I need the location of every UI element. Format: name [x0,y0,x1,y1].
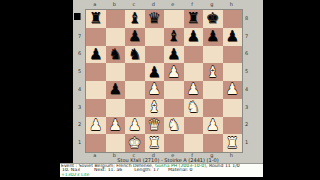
square-e7[interactable]: ♝ [164,28,184,46]
event-line: Event : Soviet Belgium; French Defense, … [60,164,263,168]
piece-white-pawn[interactable]: ♟ [206,118,219,133]
rank-label-2: 2 [74,116,85,134]
rank-label-1: 1 [241,133,252,151]
piece-black-king[interactable]: ♚ [206,11,219,26]
square-b6[interactable]: ♞ [106,46,126,64]
piece-black-rook[interactable]: ♜ [89,11,102,26]
square-f5[interactable] [184,63,204,81]
rank-label-7: 7 [74,27,85,45]
piece-white-pawn[interactable]: ♟ [89,118,102,133]
file-label-d: d [144,0,164,8]
square-f1[interactable] [184,134,204,152]
square-e2[interactable]: ♞ [164,117,184,135]
piece-white-bishop[interactable]: ♝ [206,65,219,80]
piece-black-pawn[interactable]: ♟ [89,47,102,62]
square-f8[interactable]: ♜ [184,10,204,28]
square-h4[interactable]: ♟ [223,81,243,99]
rank-label-6: 6 [74,45,85,63]
file-labels-top: abcdefgh [85,0,241,8]
square-c6[interactable]: ♞ [125,46,145,64]
piece-white-pawn[interactable]: ♟ [187,82,200,97]
file-label-b: b [105,0,125,8]
square-g4[interactable] [203,81,223,99]
game-info-panel: Event : Soviet Belgium; French Defense, … [60,163,263,177]
game-length: Length: 17 [134,168,159,172]
rank-label-2: 2 [241,116,252,134]
square-a3[interactable] [86,99,106,117]
square-g5[interactable]: ♝ [203,63,223,81]
square-c3[interactable] [125,99,145,117]
piece-black-queen[interactable]: ♛ [148,11,161,26]
piece-black-knight[interactable]: ♞ [109,47,122,62]
rank-labels-left: 87654321 [74,9,85,151]
square-h1[interactable]: ♜ [223,134,243,152]
square-c8[interactable]: ♝ [125,10,145,28]
square-a4[interactable] [86,81,106,99]
square-a5[interactable] [86,63,106,81]
square-a1[interactable] [86,134,106,152]
square-f3[interactable]: ♞ [184,99,204,117]
event-link[interactable]: Gusha PH (2003-10-0) [155,164,206,168]
rank-label-6: 6 [241,45,252,63]
piece-black-pawn[interactable]: ♟ [148,65,161,80]
file-label-c: c [124,0,144,8]
square-g8[interactable]: ♚ [203,10,223,28]
piece-white-rook[interactable]: ♜ [226,136,239,151]
rank-label-3: 3 [74,98,85,116]
square-d6[interactable] [145,46,165,64]
piece-black-bishop[interactable]: ♝ [167,29,180,44]
square-e6[interactable]: ♟ [164,46,184,64]
piece-black-bishop[interactable]: ♝ [128,11,141,26]
square-b5[interactable] [106,63,126,81]
square-g6[interactable] [203,46,223,64]
side-to-move-indicator [74,13,81,20]
piece-black-pawn[interactable]: ♟ [187,29,200,44]
piece-white-pawn[interactable]: ♟ [109,118,122,133]
square-d2[interactable]: ♛ [145,117,165,135]
piece-black-pawn[interactable]: ♟ [109,82,122,97]
piece-white-knight[interactable]: ♞ [187,100,200,115]
square-c5[interactable] [125,63,145,81]
square-b7[interactable] [106,28,126,46]
rank-label-5: 5 [74,62,85,80]
next-move: Next: 11. a6 [94,168,122,172]
square-b3[interactable] [106,99,126,117]
square-b8[interactable] [106,10,126,28]
square-b4[interactable]: ♟ [106,81,126,99]
square-h6[interactable] [223,46,243,64]
link-line[interactable]: +13023 Lite [60,173,263,177]
rank-label-4: 4 [241,80,252,98]
piece-white-bishop[interactable]: ♝ [148,100,161,115]
square-e8[interactable] [164,10,184,28]
rank-label-5: 5 [241,62,252,80]
square-a7[interactable] [86,28,106,46]
piece-black-pawn[interactable]: ♟ [167,47,180,62]
square-f4[interactable]: ♟ [184,81,204,99]
square-a8[interactable]: ♜ [86,10,106,28]
square-g2[interactable]: ♟ [203,117,223,135]
square-c1[interactable]: ♚ [125,134,145,152]
piece-black-pawn[interactable]: ♟ [226,29,239,44]
piece-white-pawn[interactable]: ♟ [148,82,161,97]
square-g7[interactable]: ♟ [203,28,223,46]
piece-white-knight[interactable]: ♞ [167,118,180,133]
file-label-e: e [163,0,183,8]
piece-black-pawn[interactable]: ♟ [206,29,219,44]
square-f7[interactable]: ♟ [184,28,204,46]
rank-label-1: 1 [74,133,85,151]
square-h5[interactable] [223,63,243,81]
square-d1[interactable]: ♜ [145,134,165,152]
square-e4[interactable] [164,81,184,99]
square-c7[interactable]: ♟ [125,28,145,46]
square-h7[interactable]: ♟ [223,28,243,46]
material-balance: Material: 0 [168,168,193,172]
rank-label-7: 7 [241,27,252,45]
event-suffix: , Round 11 1/0 [206,164,240,168]
square-d3[interactable]: ♝ [145,99,165,117]
file-label-g: g [202,0,222,8]
square-h8[interactable] [223,10,243,28]
rank-labels-right: 87654321 [241,9,252,151]
rank-label-3: 3 [241,98,252,116]
square-d8[interactable]: ♛ [145,10,165,28]
piece-white-rook[interactable]: ♜ [148,136,161,151]
file-label-h: h [222,0,242,8]
piece-white-pawn[interactable]: ♟ [226,82,239,97]
rank-label-8: 8 [241,9,252,27]
square-f2[interactable] [184,117,204,135]
square-e1[interactable] [164,134,184,152]
file-label-f: f [183,0,203,8]
square-d7[interactable] [145,28,165,46]
event-text: Event : Soviet Belgium; French Defense, [61,164,155,168]
square-c4[interactable] [125,81,145,99]
chess-app-frame: abcdefgh 87654321 ♜♝♛♜♚♟♝♟♟♟♟♞♞♟♟♟♝♟♟♟♟♝… [73,0,263,176]
square-c2[interactable]: ♟ [125,117,145,135]
piece-white-pawn[interactable]: ♟ [167,65,180,80]
piece-white-queen[interactable]: ♛ [148,118,161,133]
square-d5[interactable]: ♟ [145,63,165,81]
square-g1[interactable] [203,134,223,152]
square-b2[interactable]: ♟ [106,117,126,135]
square-a2[interactable]: ♟ [86,117,106,135]
video-canvas: abcdefgh 87654321 ♜♝♛♜♚♟♝♟♟♟♟♞♞♟♟♟♝♟♟♟♟♝… [0,0,320,180]
square-a6[interactable]: ♟ [86,46,106,64]
piece-black-knight[interactable]: ♞ [128,47,141,62]
file-label-a: a [85,0,105,8]
square-d4[interactable]: ♟ [145,81,165,99]
square-e3[interactable] [164,99,184,117]
piece-black-pawn[interactable]: ♟ [128,29,141,44]
chess-board[interactable]: ♜♝♛♜♚♟♝♟♟♟♟♞♞♟♟♟♝♟♟♟♟♝♞♟♟♟♛♞♟♚♜♜ [85,9,243,153]
square-h3[interactable] [223,99,243,117]
square-e5[interactable]: ♟ [164,63,184,81]
square-h2[interactable] [223,117,243,135]
piece-white-pawn[interactable]: ♟ [128,118,141,133]
piece-white-king[interactable]: ♚ [128,136,141,151]
square-f6[interactable] [184,46,204,64]
square-g3[interactable] [203,99,223,117]
piece-black-rook[interactable]: ♜ [187,11,200,26]
square-b1[interactable] [106,134,126,152]
rank-label-4: 4 [74,80,85,98]
